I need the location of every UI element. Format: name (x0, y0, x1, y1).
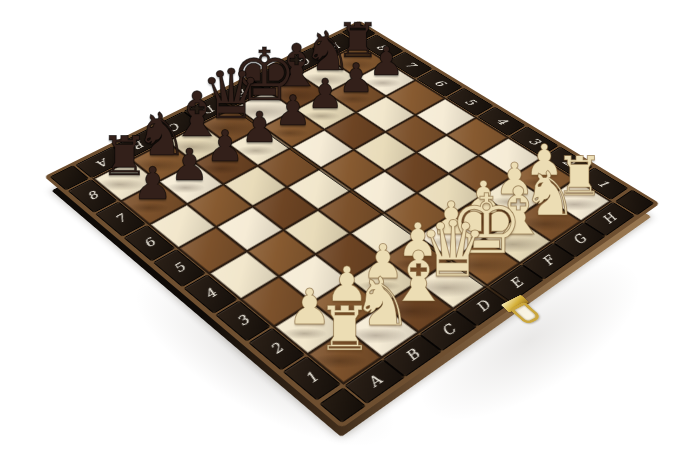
rank-label-left-2: 2 (267, 341, 286, 356)
chess-board: AA88BB77CC66DD55EE44FF33GG22HH11 (50, 23, 655, 423)
rank-label-left-6: 6 (140, 237, 158, 249)
file-label-bottom-g: G (570, 233, 590, 246)
file-label-top-e: E (233, 87, 250, 97)
playing-squares (92, 44, 612, 385)
file-label-bottom-a: A (364, 373, 385, 389)
board-3d-group: AA88BB77CC66DD55EE44FF33GG22HH11 (0, 0, 700, 475)
file-label-top-f: F (266, 71, 282, 81)
rank-label-left-1: 1 (302, 370, 322, 385)
rank-label-left-4: 4 (201, 287, 220, 300)
rank-label-right-7: 7 (402, 60, 417, 69)
file-label-top-d: D (200, 103, 218, 114)
rank-label-right-6: 6 (432, 78, 448, 87)
file-label-top-g: G (296, 56, 313, 66)
chess-set-photo: AA88BB77CC66DD55EE44FF33GG22HH11 ♜♞♝♛♚♝♞… (0, 0, 700, 475)
rank-label-right-8: 8 (374, 43, 389, 51)
file-label-bottom-h: H (599, 212, 619, 225)
rank-label-left-3: 3 (233, 314, 252, 328)
file-label-top-b: B (130, 138, 147, 149)
rank-label-right-1: 1 (594, 178, 611, 189)
rank-label-right-4: 4 (493, 116, 509, 126)
rank-label-left-5: 5 (170, 261, 188, 274)
file-label-bottom-d: D (473, 299, 494, 314)
file-label-bottom-f: F (539, 254, 558, 267)
file-label-bottom-e: E (507, 276, 527, 290)
rank-label-right-2: 2 (559, 157, 575, 167)
file-label-bottom-c: C (438, 323, 459, 338)
file-label-top-c: C (165, 120, 183, 131)
file-label-top-h: H (326, 41, 343, 51)
file-label-bottom-b: B (402, 348, 423, 363)
rank-label-left-8: 8 (84, 190, 101, 202)
file-label-top-a: A (93, 156, 111, 167)
rank-label-left-7: 7 (112, 213, 129, 225)
rank-label-right-3: 3 (526, 136, 542, 146)
rank-label-right-5: 5 (462, 97, 478, 106)
